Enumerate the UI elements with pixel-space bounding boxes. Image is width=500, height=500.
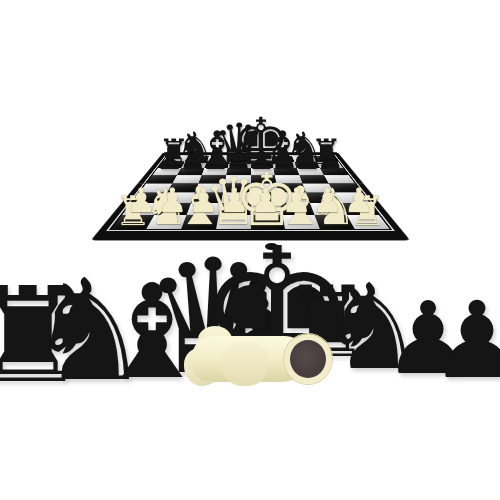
fallen-white-piece [184,326,334,388]
foreground-piece-10-black-pawn: ♟ [429,288,500,394]
board-piece-white-pawn-e2: ♟ [250,184,280,218]
board-piece-white-pawn-c2: ♟ [188,184,218,218]
board-piece-black-rook-h8: ♜ [311,134,343,169]
fallen-piece-felt-base [284,334,332,384]
board-piece-white-pawn-b2: ♟ [157,184,187,218]
chess-set-product-photo: ♜♞♝♛♚♝♞♜♟♟♟♟♟♟♟♟♟♟♟♟♟♟♟♟♜♞♝♛♚♝♞♜ ♜♞♝♛♟♚♜… [0,0,500,500]
fallen-piece-neck [222,342,268,386]
board-piece-white-pawn-a2: ♟ [126,184,156,218]
board-piece-white-pawn-d2: ♟ [219,184,249,218]
board-piece-white-pawn-g2: ♟ [313,184,343,218]
board-piece-white-pawn-h2: ♟ [344,184,374,218]
board-piece-white-pawn-f2: ♟ [282,184,312,218]
